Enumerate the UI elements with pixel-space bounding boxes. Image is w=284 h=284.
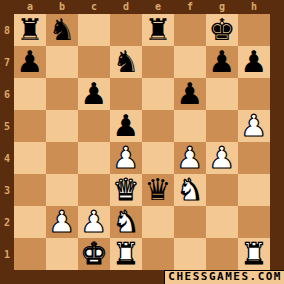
- square-c4[interactable]: [78, 142, 110, 174]
- rank-label-1: 1: [0, 238, 14, 270]
- black-pawn: ♟: [17, 46, 44, 78]
- square-g7[interactable]: ♟: [206, 46, 238, 78]
- rank-label-6: 6: [0, 78, 14, 110]
- square-e7[interactable]: [142, 46, 174, 78]
- square-c1[interactable]: ♚: [78, 238, 110, 270]
- square-e3[interactable]: ♛: [142, 174, 174, 206]
- square-a7[interactable]: ♟: [14, 46, 46, 78]
- square-f7[interactable]: [174, 46, 206, 78]
- black-pawn: ♟: [177, 78, 204, 110]
- square-h5[interactable]: ♟: [238, 110, 270, 142]
- square-f5[interactable]: [174, 110, 206, 142]
- square-g6[interactable]: [206, 78, 238, 110]
- black-knight: ♞: [113, 46, 140, 78]
- square-e2[interactable]: [142, 206, 174, 238]
- square-a2[interactable]: [14, 206, 46, 238]
- rank-label-8: 8: [0, 14, 14, 46]
- square-h1[interactable]: ♜: [238, 238, 270, 270]
- square-h8[interactable]: [238, 14, 270, 46]
- square-a6[interactable]: [14, 78, 46, 110]
- black-king: ♚: [209, 14, 236, 46]
- square-f8[interactable]: [174, 14, 206, 46]
- square-f6[interactable]: ♟: [174, 78, 206, 110]
- white-pawn: ♟: [177, 142, 204, 174]
- black-rook: ♜: [17, 14, 44, 46]
- black-pawn: ♟: [113, 110, 140, 142]
- white-rook: ♜: [241, 238, 268, 270]
- file-label-h: h: [238, 0, 270, 14]
- square-b2[interactable]: ♟: [46, 206, 78, 238]
- square-h3[interactable]: [238, 174, 270, 206]
- square-c6[interactable]: ♟: [78, 78, 110, 110]
- square-a1[interactable]: [14, 238, 46, 270]
- square-g8[interactable]: ♚: [206, 14, 238, 46]
- square-a4[interactable]: [14, 142, 46, 174]
- white-queen: ♛: [113, 174, 140, 206]
- rank-label-7: 7: [0, 46, 14, 78]
- square-d5[interactable]: ♟: [110, 110, 142, 142]
- black-pawn: ♟: [241, 46, 268, 78]
- black-rook: ♜: [145, 14, 172, 46]
- square-b6[interactable]: [46, 78, 78, 110]
- square-d7[interactable]: ♞: [110, 46, 142, 78]
- square-e8[interactable]: ♜: [142, 14, 174, 46]
- site-credit: CHESSGAMES.COM: [164, 270, 284, 284]
- square-g1[interactable]: [206, 238, 238, 270]
- square-d3[interactable]: ♛: [110, 174, 142, 206]
- white-pawn: ♟: [241, 110, 268, 142]
- square-b8[interactable]: ♞: [46, 14, 78, 46]
- square-h4[interactable]: [238, 142, 270, 174]
- square-e6[interactable]: [142, 78, 174, 110]
- square-d2[interactable]: ♞: [110, 206, 142, 238]
- square-a8[interactable]: ♜: [14, 14, 46, 46]
- rank-label-5: 5: [0, 110, 14, 142]
- square-g3[interactable]: [206, 174, 238, 206]
- white-rook: ♜: [113, 238, 140, 270]
- square-f4[interactable]: ♟: [174, 142, 206, 174]
- black-pawn: ♟: [81, 78, 108, 110]
- rank-labels: 87654321: [0, 14, 14, 270]
- square-h7[interactable]: ♟: [238, 46, 270, 78]
- file-label-f: f: [174, 0, 206, 14]
- file-label-c: c: [78, 0, 110, 14]
- square-g4[interactable]: ♟: [206, 142, 238, 174]
- square-e1[interactable]: [142, 238, 174, 270]
- black-pawn: ♟: [209, 46, 236, 78]
- square-b3[interactable]: [46, 174, 78, 206]
- white-king: ♚: [81, 238, 108, 270]
- square-b4[interactable]: [46, 142, 78, 174]
- square-e5[interactable]: [142, 110, 174, 142]
- square-f2[interactable]: [174, 206, 206, 238]
- white-pawn: ♟: [113, 142, 140, 174]
- white-pawn: ♟: [81, 206, 108, 238]
- square-e4[interactable]: [142, 142, 174, 174]
- square-d1[interactable]: ♜: [110, 238, 142, 270]
- rank-label-4: 4: [0, 142, 14, 174]
- rank-label-2: 2: [0, 206, 14, 238]
- white-pawn: ♟: [209, 142, 236, 174]
- square-b5[interactable]: [46, 110, 78, 142]
- square-c2[interactable]: ♟: [78, 206, 110, 238]
- square-h6[interactable]: [238, 78, 270, 110]
- black-knight: ♞: [49, 14, 76, 46]
- white-knight: ♞: [113, 206, 140, 238]
- square-g2[interactable]: [206, 206, 238, 238]
- square-c5[interactable]: [78, 110, 110, 142]
- square-b1[interactable]: [46, 238, 78, 270]
- square-f3[interactable]: ♞: [174, 174, 206, 206]
- square-d4[interactable]: ♟: [110, 142, 142, 174]
- square-g5[interactable]: [206, 110, 238, 142]
- square-a5[interactable]: [14, 110, 46, 142]
- square-c3[interactable]: [78, 174, 110, 206]
- rank-label-3: 3: [0, 174, 14, 206]
- chessboard-frame: abcdefgh 87654321 ♜♞♜♚♟♞♟♟♟♟♟♟♟♟♟♛♛♞♟♟♞♚…: [0, 0, 284, 284]
- square-c8[interactable]: [78, 14, 110, 46]
- square-f1[interactable]: [174, 238, 206, 270]
- square-c7[interactable]: [78, 46, 110, 78]
- square-d6[interactable]: [110, 78, 142, 110]
- black-queen: ♛: [145, 174, 172, 206]
- file-label-d: d: [110, 0, 142, 14]
- square-b7[interactable]: [46, 46, 78, 78]
- white-pawn: ♟: [49, 206, 76, 238]
- square-a3[interactable]: [14, 174, 46, 206]
- square-d8[interactable]: [110, 14, 142, 46]
- chess-board: ♜♞♜♚♟♞♟♟♟♟♟♟♟♟♟♛♛♞♟♟♞♚♜♜: [14, 14, 270, 270]
- white-knight: ♞: [177, 174, 204, 206]
- square-h2[interactable]: [238, 206, 270, 238]
